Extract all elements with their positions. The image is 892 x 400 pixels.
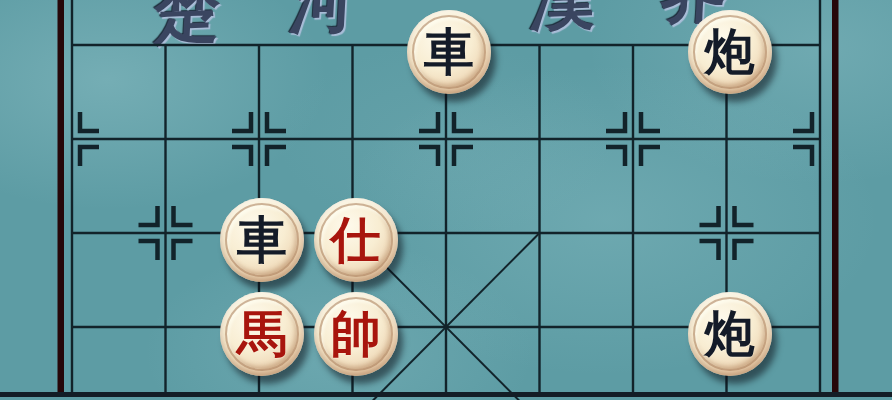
piece-glyph: 馬 [237, 309, 287, 359]
pieces-layer: 車炮車仕馬帥炮 [0, 0, 892, 400]
piece-red-horse[interactable]: 馬 [220, 292, 304, 376]
piece-glyph: 仕 [331, 215, 381, 265]
piece-glyph: 帥 [331, 309, 381, 359]
piece-black-chariot[interactable]: 車 [220, 198, 304, 282]
piece-black-chariot[interactable]: 車 [407, 10, 491, 94]
piece-glyph: 車 [237, 215, 287, 265]
piece-black-cannon[interactable]: 炮 [688, 292, 772, 376]
piece-glyph: 炮 [705, 309, 755, 359]
xiangqi-board[interactable]: 楚 河 漢 界 車炮車仕馬帥炮 [0, 0, 892, 400]
piece-red-general[interactable]: 帥 [314, 292, 398, 376]
piece-glyph: 車 [424, 27, 474, 77]
piece-glyph: 炮 [705, 27, 755, 77]
piece-red-advisor[interactable]: 仕 [314, 198, 398, 282]
piece-black-cannon[interactable]: 炮 [688, 10, 772, 94]
